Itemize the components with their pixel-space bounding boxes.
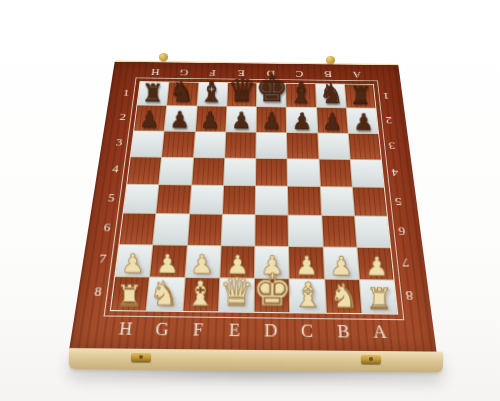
brass-hinge [361, 355, 381, 364]
dark-pawn-f2[interactable]: ♟ [195, 107, 226, 132]
square-f3[interactable] [194, 132, 225, 158]
rank-label: 7 [392, 246, 419, 279]
square-f2[interactable]: ♟ [195, 107, 226, 132]
piece-glyph: ♞ [150, 277, 180, 311]
square-d8[interactable]: ♚ [255, 279, 290, 313]
piece-glyph: ♟ [200, 108, 221, 131]
square-g1[interactable]: ♞ [167, 82, 198, 105]
square-h2[interactable]: ♟ [134, 106, 166, 131]
rank-label: 3 [380, 133, 404, 159]
dark-pawn-e2[interactable]: ♟ [226, 107, 256, 132]
rank-label: 6 [389, 216, 415, 247]
rank-label: 1 [114, 81, 137, 105]
square-b6[interactable] [322, 216, 356, 246]
square-d4[interactable] [256, 159, 287, 186]
piece-glyph: ♜ [366, 283, 393, 313]
square-e3[interactable] [225, 132, 256, 158]
square-f6[interactable] [188, 215, 222, 245]
rank-label: 5 [98, 183, 124, 212]
square-f5[interactable] [190, 185, 223, 214]
file-label: H [105, 312, 145, 346]
dark-queen-e1[interactable]: ♛ [227, 83, 256, 106]
square-g4[interactable] [160, 157, 193, 184]
light-bishop-f8[interactable]: ♝ [183, 278, 219, 312]
board-frame: H G F E D C B A 1 2 3 4 5 6 7 8 1 [69, 60, 437, 353]
dark-pawn-g2[interactable]: ♟ [165, 106, 196, 131]
square-c2[interactable]: ♟ [287, 108, 317, 133]
file-label: F [179, 313, 217, 347]
piece-glyph: ♞ [319, 80, 344, 108]
piece-glyph: ♚ [252, 267, 292, 312]
square-a4[interactable] [350, 160, 383, 187]
rank-label: 2 [111, 105, 135, 130]
piece-glyph: ♟ [292, 109, 313, 132]
piece-glyph: ♝ [185, 277, 216, 312]
square-h5[interactable] [124, 185, 159, 214]
brass-hinge-knob [326, 56, 335, 64]
rank-label: 1 [375, 84, 398, 108]
piece-glyph: ♟ [156, 251, 180, 277]
piece-glyph: ♜ [115, 280, 142, 310]
square-h4[interactable] [127, 157, 161, 184]
file-label: B [325, 315, 363, 349]
light-rook-h8[interactable]: ♜ [111, 277, 149, 311]
light-knight-b8[interactable]: ♞ [325, 279, 361, 313]
square-e8[interactable]: ♛ [219, 278, 254, 312]
piece-glyph: ♟ [231, 109, 252, 132]
rank-label: 8 [395, 278, 423, 312]
piece-glyph: ♟ [261, 109, 282, 132]
dark-pawn-a2[interactable]: ♟ [347, 108, 379, 133]
rank-label: 2 [377, 108, 401, 133]
piece-glyph: ♞ [170, 78, 195, 106]
square-a6[interactable] [355, 217, 390, 247]
square-f8[interactable]: ♝ [183, 278, 219, 312]
square-e5[interactable] [223, 186, 255, 215]
square-h6[interactable] [120, 214, 156, 244]
rank-label: 4 [383, 159, 408, 187]
square-d1[interactable]: ♚ [257, 83, 286, 106]
rank-label: 8 [83, 275, 112, 309]
file-label: E [216, 314, 253, 348]
piece-glyph: ♝ [292, 278, 323, 313]
square-b7[interactable]: ♟ [323, 247, 358, 279]
light-pawn-b7[interactable]: ♟ [323, 247, 358, 279]
square-g7[interactable]: ♟ [150, 245, 186, 277]
piece-glyph: ♟ [139, 108, 160, 131]
rank-label: 7 [89, 242, 117, 274]
chess-set-photo: H G F E D C B A 1 2 3 4 5 6 7 8 1 [0, 0, 500, 401]
light-queen-e8[interactable]: ♛ [219, 278, 254, 312]
square-f1[interactable]: ♝ [197, 83, 227, 106]
square-d6[interactable] [255, 215, 288, 245]
rank-label: 4 [102, 156, 128, 184]
light-knight-g8[interactable]: ♞ [147, 277, 184, 311]
light-rook-a8[interactable]: ♜ [360, 280, 397, 314]
box-front-side [69, 348, 443, 372]
board-squares: ♜♞♝♛♚♝♞♜♟♟♟♟♟♟♟♟♟♟♟♟♟♟♟♟♜♞♝♛♚♝♞♜ [110, 81, 398, 314]
square-a1[interactable]: ♜ [345, 84, 376, 107]
light-king-d8[interactable]: ♚ [255, 279, 290, 313]
dark-rook-h1[interactable]: ♜ [138, 82, 169, 105]
square-c3[interactable] [287, 133, 318, 159]
brass-hinge-knob [159, 53, 168, 61]
light-pawn-g7[interactable]: ♟ [150, 245, 186, 277]
square-a2[interactable]: ♟ [347, 108, 379, 133]
light-pawn-a7[interactable]: ♟ [357, 247, 393, 279]
piece-glyph: ♟ [121, 250, 145, 276]
rank-label: 3 [107, 130, 132, 156]
dark-bishop-c1[interactable]: ♝ [286, 84, 315, 107]
square-a7[interactable]: ♟ [357, 247, 393, 279]
square-d3[interactable] [256, 132, 286, 158]
light-bishop-c8[interactable]: ♝ [290, 279, 325, 313]
square-g3[interactable] [162, 131, 194, 157]
square-a3[interactable] [348, 133, 380, 159]
piece-glyph: ♟ [353, 110, 374, 133]
piece-glyph: ♛ [219, 273, 254, 312]
square-a5[interactable] [353, 187, 387, 216]
square-g5[interactable] [157, 185, 191, 214]
rank-label: 5 [386, 187, 412, 216]
square-h7[interactable]: ♟ [115, 244, 152, 276]
dark-pawn-h2[interactable]: ♟ [134, 106, 166, 131]
dark-knight-g1[interactable]: ♞ [167, 82, 198, 105]
dark-bishop-f1[interactable]: ♝ [197, 83, 227, 106]
square-b4[interactable] [319, 159, 351, 186]
square-b2[interactable]: ♟ [317, 108, 348, 133]
square-c5[interactable] [288, 187, 321, 216]
square-d5[interactable] [256, 186, 288, 215]
square-d2[interactable]: ♟ [257, 107, 287, 132]
rank-label: 6 [93, 212, 120, 243]
square-c7[interactable]: ♟ [289, 247, 323, 279]
square-f4[interactable] [192, 158, 224, 185]
piece-glyph: ♛ [227, 74, 256, 107]
square-h8[interactable]: ♜ [111, 277, 149, 311]
square-b3[interactable] [318, 133, 350, 159]
chess-board: H G F E D C B A 1 2 3 4 5 6 7 8 1 [69, 60, 437, 353]
file-labels-near: H G F E D C B A [105, 312, 399, 349]
piece-glyph: ♜ [141, 80, 164, 105]
piece-glyph: ♜ [350, 83, 373, 108]
square-b8[interactable]: ♞ [325, 279, 361, 313]
file-label: G [142, 313, 181, 347]
square-e1[interactable]: ♛ [227, 83, 256, 106]
square-b5[interactable] [320, 187, 353, 216]
square-g2[interactable]: ♟ [165, 106, 196, 131]
dark-pawn-c2[interactable]: ♟ [287, 108, 317, 133]
piece-glyph: ♟ [365, 253, 389, 279]
dark-pawn-d2[interactable]: ♟ [257, 107, 287, 132]
piece-glyph: ♟ [322, 110, 343, 133]
dark-pawn-b2[interactable]: ♟ [317, 108, 348, 133]
dark-knight-b1[interactable]: ♞ [316, 84, 346, 107]
piece-glyph: ♝ [288, 79, 314, 108]
square-c1[interactable]: ♝ [286, 84, 315, 107]
file-label: D [252, 314, 289, 348]
square-e4[interactable] [224, 158, 255, 185]
square-g6[interactable] [154, 214, 189, 244]
square-b1[interactable]: ♞ [316, 84, 346, 107]
light-pawn-c7[interactable]: ♟ [289, 247, 323, 279]
file-label: C [289, 314, 326, 348]
piece-glyph: ♟ [330, 253, 354, 279]
light-pawn-h7[interactable]: ♟ [115, 244, 152, 276]
square-h1[interactable]: ♜ [138, 82, 169, 105]
dark-rook-a1[interactable]: ♜ [345, 84, 376, 107]
file-label: A [360, 315, 399, 349]
square-h3[interactable] [131, 131, 164, 157]
piece-glyph: ♞ [329, 279, 359, 313]
piece-glyph: ♚ [255, 70, 289, 107]
square-e6[interactable] [221, 215, 254, 245]
square-e2[interactable]: ♟ [226, 107, 256, 132]
piece-glyph: ♝ [199, 78, 225, 107]
brass-hinge [131, 353, 151, 362]
piece-glyph: ♟ [170, 108, 191, 131]
square-c4[interactable] [288, 159, 320, 186]
square-g8[interactable]: ♞ [147, 277, 184, 311]
square-a8[interactable]: ♜ [360, 280, 397, 314]
square-c8[interactable]: ♝ [290, 279, 325, 313]
dark-king-d1[interactable]: ♚ [257, 83, 286, 106]
square-c6[interactable] [289, 216, 322, 246]
